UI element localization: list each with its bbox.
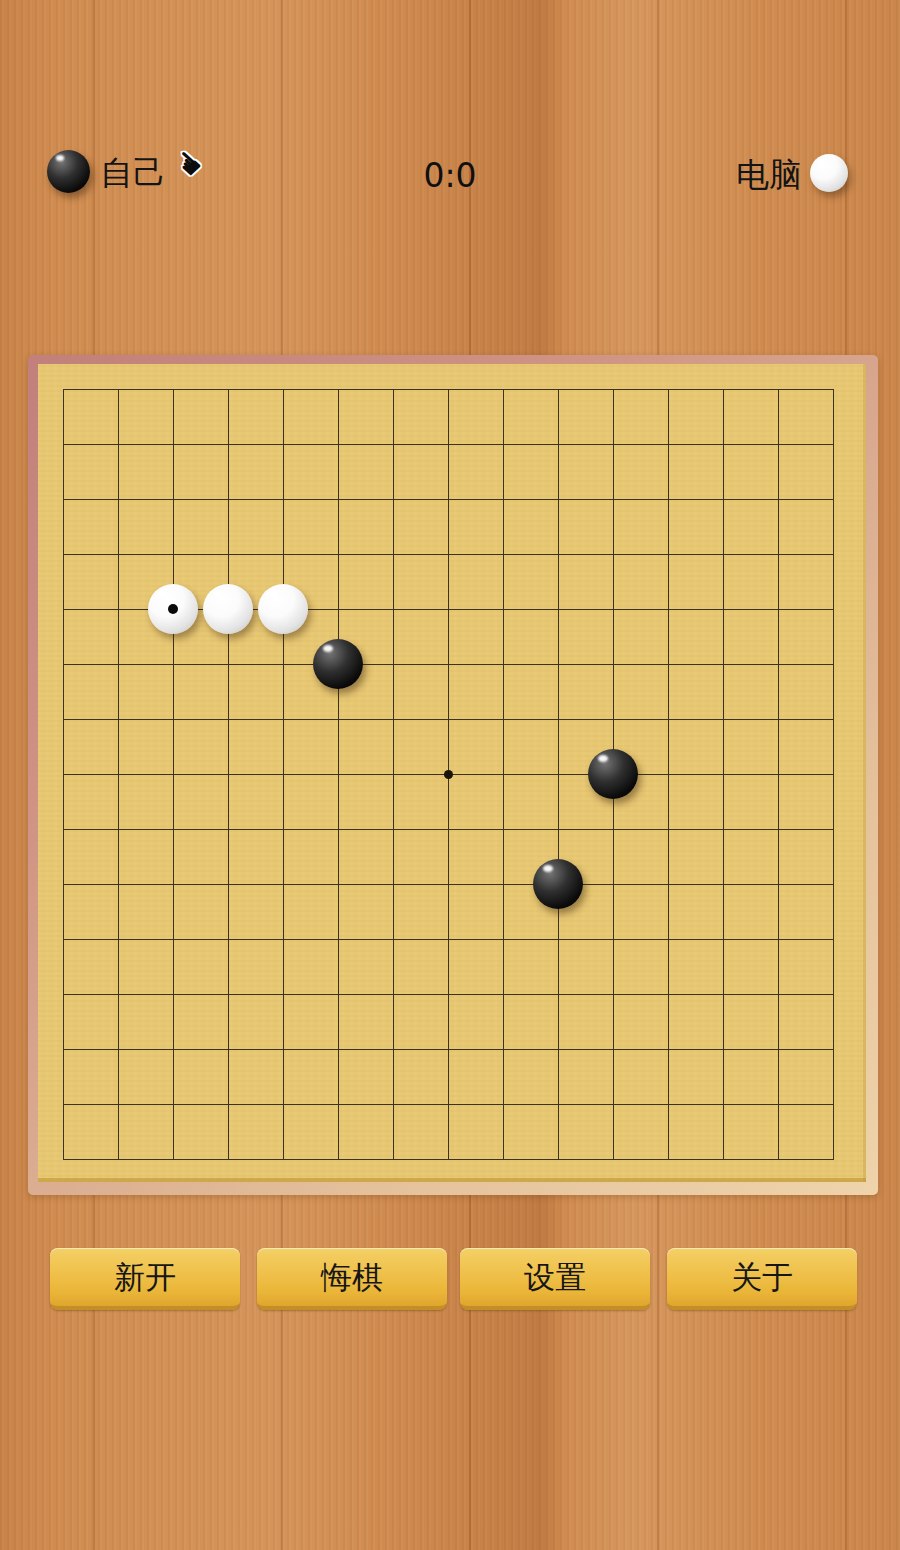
settings-button[interactable]: 设置 [460,1248,650,1310]
board-grid[interactable] [63,389,834,1160]
about-button[interactable]: 关于 [667,1248,857,1310]
app-screen: 自己 ☚ 0:0 电脑 新开 悔棋 设置 关于 [0,0,900,1550]
black-stone [313,639,363,689]
black-stone [588,749,638,799]
star-point [444,770,453,779]
white-stone [203,584,253,634]
white-stone [148,584,198,634]
gomoku-board[interactable] [38,364,866,1182]
black-stone [533,859,583,909]
white-stone [258,584,308,634]
board-frame [28,355,878,1195]
last-move-marker [168,604,178,614]
undo-button[interactable]: 悔棋 [257,1248,447,1310]
white-player-stone-icon [810,154,848,192]
new-game-button[interactable]: 新开 [50,1248,240,1310]
right-player-label: 电脑 [736,158,802,191]
